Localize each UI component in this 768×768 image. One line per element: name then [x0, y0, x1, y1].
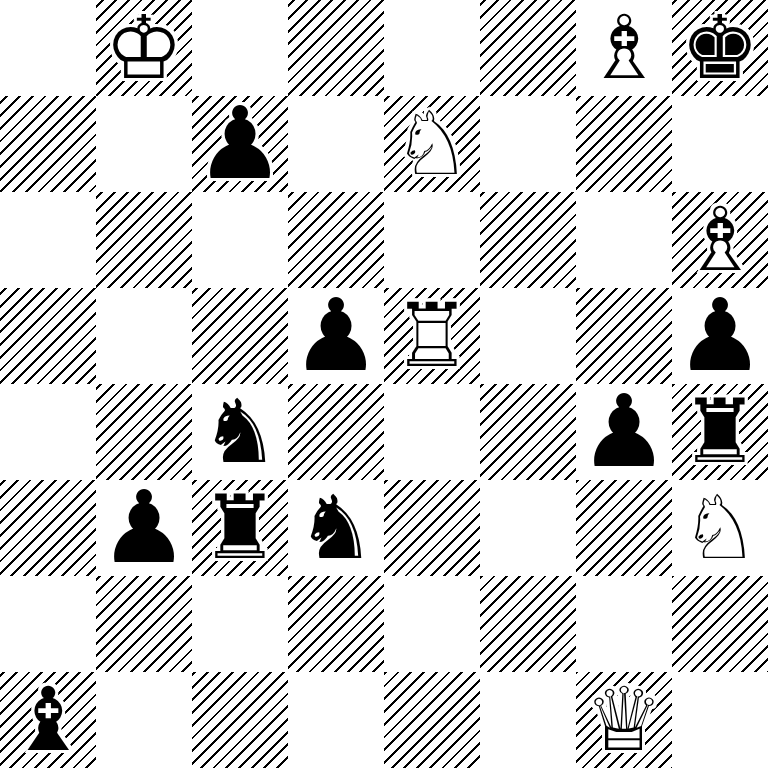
square-g3[interactable] — [576, 480, 672, 576]
white-knight-piece: ♞♘ — [384, 96, 480, 192]
black-pawn-piece: ♟ — [288, 288, 384, 384]
square-b1[interactable] — [96, 672, 192, 768]
pawn-glyph: ♟ — [195, 96, 285, 192]
square-d7[interactable] — [288, 96, 384, 192]
square-e7[interactable]: ♞♘ — [384, 96, 480, 192]
black-knight-piece: ♞ — [288, 480, 384, 576]
square-g8[interactable]: ♝♗ — [576, 0, 672, 96]
square-g7[interactable] — [576, 96, 672, 192]
white-bishop-piece: ♝♗ — [576, 0, 672, 96]
black-pawn-piece: ♟ — [192, 96, 288, 192]
black-rook-piece: ♜ — [672, 384, 768, 480]
black-pawn-piece: ♟ — [672, 288, 768, 384]
square-f3[interactable] — [480, 480, 576, 576]
chess-board: ♚♔♝♗♚♟♞♘♝♗♟♜♖♟♞♟♜♟♜♞♞♘♝♛♕ — [0, 0, 768, 768]
square-c5[interactable] — [192, 288, 288, 384]
square-a3[interactable] — [0, 480, 96, 576]
square-b8[interactable]: ♚♔ — [96, 0, 192, 96]
square-f5[interactable] — [480, 288, 576, 384]
knight-outline-glyph: ♘ — [681, 480, 760, 576]
square-g1[interactable]: ♛♕ — [576, 672, 672, 768]
white-knight-piece: ♞♘ — [672, 480, 768, 576]
black-pawn-piece: ♟ — [576, 384, 672, 480]
square-e8[interactable] — [384, 0, 480, 96]
square-c8[interactable] — [192, 0, 288, 96]
square-c1[interactable] — [192, 672, 288, 768]
black-bishop-piece: ♝ — [0, 672, 96, 768]
rook-glyph: ♜ — [201, 480, 280, 576]
square-h6[interactable]: ♝♗ — [672, 192, 768, 288]
king-glyph: ♚ — [681, 0, 760, 96]
square-c3[interactable]: ♜ — [192, 480, 288, 576]
square-b3[interactable]: ♟ — [96, 480, 192, 576]
square-b2[interactable] — [96, 576, 192, 672]
square-d1[interactable] — [288, 672, 384, 768]
square-f8[interactable] — [480, 0, 576, 96]
square-f4[interactable] — [480, 384, 576, 480]
square-h2[interactable] — [672, 576, 768, 672]
square-b7[interactable] — [96, 96, 192, 192]
square-g4[interactable]: ♟ — [576, 384, 672, 480]
white-king-piece: ♚♔ — [96, 0, 192, 96]
square-g2[interactable] — [576, 576, 672, 672]
square-h5[interactable]: ♟ — [672, 288, 768, 384]
knight-outline-glyph: ♘ — [393, 96, 472, 192]
bishop-outline-glyph: ♗ — [585, 0, 664, 96]
square-a7[interactable] — [0, 96, 96, 192]
rook-glyph: ♜ — [681, 384, 760, 480]
black-rook-piece: ♜ — [192, 480, 288, 576]
knight-glyph: ♞ — [297, 480, 376, 576]
square-a5[interactable] — [0, 288, 96, 384]
square-d6[interactable] — [288, 192, 384, 288]
square-g5[interactable] — [576, 288, 672, 384]
square-c2[interactable] — [192, 576, 288, 672]
square-d3[interactable]: ♞ — [288, 480, 384, 576]
square-e4[interactable] — [384, 384, 480, 480]
pawn-glyph: ♟ — [291, 288, 381, 384]
black-pawn-piece: ♟ — [96, 480, 192, 576]
rook-outline-glyph: ♖ — [393, 288, 472, 384]
king-outline-glyph: ♔ — [105, 0, 184, 96]
square-h8[interactable]: ♚ — [672, 0, 768, 96]
square-d8[interactable] — [288, 0, 384, 96]
square-g6[interactable] — [576, 192, 672, 288]
square-c7[interactable]: ♟ — [192, 96, 288, 192]
square-h3[interactable]: ♞♘ — [672, 480, 768, 576]
square-h7[interactable] — [672, 96, 768, 192]
pawn-glyph: ♟ — [675, 288, 765, 384]
square-d2[interactable] — [288, 576, 384, 672]
bishop-outline-glyph: ♗ — [681, 192, 760, 288]
square-e1[interactable] — [384, 672, 480, 768]
white-rook-piece: ♜♖ — [384, 288, 480, 384]
square-e2[interactable] — [384, 576, 480, 672]
bishop-glyph: ♝ — [9, 672, 88, 768]
square-a6[interactable] — [0, 192, 96, 288]
white-queen-piece: ♛♕ — [576, 672, 672, 768]
square-f1[interactable] — [480, 672, 576, 768]
knight-glyph: ♞ — [201, 384, 280, 480]
square-e3[interactable] — [384, 480, 480, 576]
square-b4[interactable] — [96, 384, 192, 480]
square-a8[interactable] — [0, 0, 96, 96]
pawn-glyph: ♟ — [99, 480, 189, 576]
square-h1[interactable] — [672, 672, 768, 768]
square-h4[interactable]: ♜ — [672, 384, 768, 480]
square-c4[interactable]: ♞ — [192, 384, 288, 480]
square-a4[interactable] — [0, 384, 96, 480]
square-d4[interactable] — [288, 384, 384, 480]
square-e6[interactable] — [384, 192, 480, 288]
square-c6[interactable] — [192, 192, 288, 288]
square-e5[interactable]: ♜♖ — [384, 288, 480, 384]
black-knight-piece: ♞ — [192, 384, 288, 480]
pawn-glyph: ♟ — [579, 384, 669, 480]
square-f2[interactable] — [480, 576, 576, 672]
square-d5[interactable]: ♟ — [288, 288, 384, 384]
square-f7[interactable] — [480, 96, 576, 192]
white-bishop-piece: ♝♗ — [672, 192, 768, 288]
square-f6[interactable] — [480, 192, 576, 288]
black-king-piece: ♚ — [672, 0, 768, 96]
queen-outline-glyph: ♕ — [585, 672, 664, 768]
square-a1[interactable]: ♝ — [0, 672, 96, 768]
square-a2[interactable] — [0, 576, 96, 672]
square-b5[interactable] — [96, 288, 192, 384]
square-b6[interactable] — [96, 192, 192, 288]
